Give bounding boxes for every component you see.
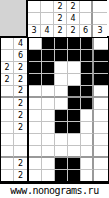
row-clue-cell-r1c2: 4 [14,38,27,50]
cell-r2c2[interactable] [42,50,55,62]
cell-r3c3[interactable] [55,62,68,74]
cell-r6c4[interactable] [68,98,81,110]
row-clue-cell-r3c2: 2 [14,62,27,74]
cell-r12c5[interactable] [81,170,94,181]
cell-r11c1[interactable] [29,158,42,170]
cell-r5c1[interactable] [29,86,42,98]
puzzle-grid [29,38,109,181]
cell-r2c5[interactable] [81,50,94,62]
cell-r11c2[interactable] [42,158,55,170]
cell-r7c3[interactable] [55,110,68,122]
row-clue-cell-r12c2: 2 [14,170,27,181]
cell-r6c5[interactable] [81,98,94,110]
row-clue-cell-r6c2: 2 [14,98,27,110]
row-clue-cell-r4c1: 2 [1,74,14,86]
cell-r12c6[interactable] [94,170,108,181]
cell-r11c6[interactable] [94,158,108,170]
row-clue-cell-r3c1: 2 [1,62,14,74]
cell-r7c6[interactable] [94,110,108,122]
cell-r6c2[interactable] [42,98,55,110]
column-clue-cell-r2c6 [93,13,107,25]
row-clue-cell-r5c2: 2 [14,86,27,98]
cell-r8c3[interactable] [55,122,68,134]
corner-box [0,0,28,36]
cell-r5c3[interactable] [55,86,68,98]
cell-r1c4[interactable] [68,38,81,50]
cell-r5c6[interactable] [94,86,108,98]
column-clue-cell-r3c3: 2 [54,25,67,37]
footer: www.nonograms.ru [0,184,109,198]
cell-r7c5[interactable] [81,110,94,122]
cell-r12c1[interactable] [29,170,42,181]
cell-r9c6[interactable] [94,134,108,146]
cell-r4c3[interactable] [55,74,68,86]
row-clue-cell-r12c1 [1,170,14,181]
cell-r8c1[interactable] [29,122,42,134]
row-clue-cell-r6c1 [1,98,14,110]
cell-r1c3[interactable] [55,38,68,50]
cell-r9c1[interactable] [29,134,42,146]
row-clue-cell-r1c1 [1,38,14,50]
column-clue-cell-r3c6: 3 [93,25,107,37]
row-clue-cell-r7c2: 2 [14,110,27,122]
cell-r11c3[interactable] [55,158,68,170]
cell-r8c5[interactable] [81,122,94,134]
cell-r2c6[interactable] [94,50,108,62]
column-clue-cell-r2c3: 2 [54,13,67,25]
row-clues: 462222222222 [0,38,29,181]
cell-r3c5[interactable] [81,62,94,74]
cell-r10c3[interactable] [55,146,68,158]
cell-r6c1[interactable] [29,98,42,110]
cell-r12c2[interactable] [42,170,55,181]
cell-r10c6[interactable] [94,146,108,158]
cell-r10c4[interactable] [68,146,81,158]
site-url: www.nonograms.ru [10,185,98,197]
cell-r7c4[interactable] [68,110,81,122]
row-clue-cell-r2c2: 6 [14,50,27,62]
cell-r1c6[interactable] [94,38,108,50]
cell-r7c1[interactable] [29,110,42,122]
cell-r10c2[interactable] [42,146,55,158]
row-clue-cell-r4c2: 2 [14,74,27,86]
cell-r12c3[interactable] [55,170,68,181]
column-clues: 2224342263 [28,0,107,36]
column-clue-cell-r3c2: 4 [41,25,54,37]
column-clue-cell-r3c5: 6 [80,25,93,37]
column-clue-cell-r2c2 [41,13,54,25]
cell-r2c3[interactable] [55,50,68,62]
column-clue-cell-r1c4: 2 [67,1,80,13]
row-clue-cell-r10c1 [1,146,14,158]
column-clue-cell-r1c1 [28,1,41,13]
row-clue-cell-r8c1 [1,122,14,134]
cell-r11c4[interactable] [68,158,81,170]
cell-r8c6[interactable] [94,122,108,134]
column-clue-cell-r1c5 [80,1,93,13]
row-clue-cell-r9c2 [14,134,27,146]
cell-r5c4[interactable] [68,86,81,98]
column-clue-cell-r3c1: 3 [28,25,41,37]
cell-r4c2[interactable] [42,74,55,86]
nonogram-page: 2224342263 462222222222 www.nonograms.ru [0,0,109,198]
column-clue-cell-r2c5 [80,13,93,25]
cell-r8c4[interactable] [68,122,81,134]
row-clue-cell-r5c1 [1,86,14,98]
row-clue-cell-r2c1 [1,50,14,62]
cell-r4c6[interactable] [94,74,108,86]
row-clue-cell-r7c1 [1,110,14,122]
column-clue-cell-r3c4: 2 [67,25,80,37]
row-clue-cell-r11c1 [1,158,14,170]
cell-r1c2[interactable] [42,38,55,50]
cell-r1c1[interactable] [29,38,42,50]
row-clue-cell-r8c2: 2 [14,122,27,134]
column-clue-cell-r1c6 [93,1,107,13]
cell-r6c6[interactable] [94,98,108,110]
cell-r1c5[interactable] [81,38,94,50]
row-clue-cell-r9c1 [1,134,14,146]
cell-r11c5[interactable] [81,158,94,170]
cell-r9c3[interactable] [55,134,68,146]
cell-r4c1[interactable] [29,74,42,86]
top-clue-band: 2224342263 [0,0,109,36]
cell-r3c2[interactable] [42,62,55,74]
row-clue-cell-r11c2: 2 [14,158,27,170]
cell-r4c4[interactable] [68,74,81,86]
cell-r9c4[interactable] [68,134,81,146]
cell-r5c2[interactable] [42,86,55,98]
row-clue-cell-r10c2 [14,146,27,158]
main-band: 462222222222 [0,38,109,181]
cell-r12c4[interactable] [68,170,81,181]
column-clue-cell-r1c3: 2 [54,1,67,13]
column-clue-cell-r2c1 [28,13,41,25]
cell-r6c3[interactable] [55,98,68,110]
cell-r4c5[interactable] [81,74,94,86]
column-clue-cell-r2c4: 4 [67,13,80,25]
cell-r10c1[interactable] [29,146,42,158]
cell-r7c2[interactable] [42,110,55,122]
cell-r3c6[interactable] [94,62,108,74]
cell-r3c4[interactable] [68,62,81,74]
cell-r9c2[interactable] [42,134,55,146]
column-clue-cell-r1c2 [41,1,54,13]
cell-r2c1[interactable] [29,50,42,62]
cell-r5c5[interactable] [81,86,94,98]
cell-r8c2[interactable] [42,122,55,134]
cell-r2c4[interactable] [68,50,81,62]
cell-r3c1[interactable] [29,62,42,74]
cell-r9c5[interactable] [81,134,94,146]
cell-r10c5[interactable] [81,146,94,158]
